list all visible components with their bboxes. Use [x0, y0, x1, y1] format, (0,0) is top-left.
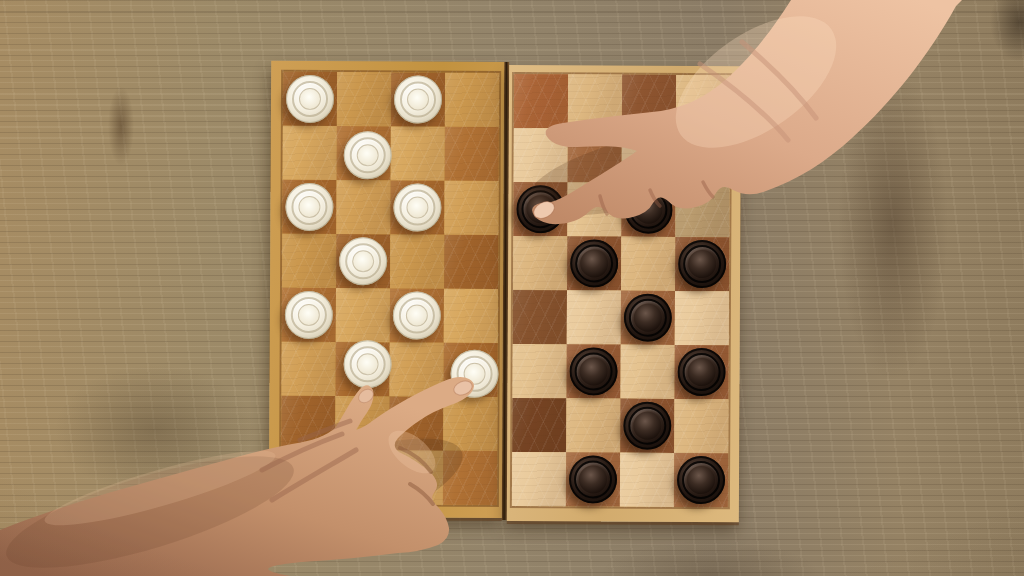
square-r5c4: [444, 289, 498, 343]
square-r5c8: [675, 291, 729, 345]
square-r3c1[interactable]: ⛀: [282, 180, 336, 234]
square-r7c8: [674, 399, 728, 453]
square-r2c6[interactable]: [568, 128, 622, 182]
square-r4c6[interactable]: ⛂: [567, 236, 621, 290]
square-r5c1[interactable]: ⛀: [282, 288, 336, 342]
square-r1c5[interactable]: [514, 74, 568, 128]
square-r5c2: [336, 288, 390, 342]
square-r8c2[interactable]: [335, 450, 389, 504]
square-r2c3: [391, 126, 445, 180]
white-checker-r2c2[interactable]: ⛀: [344, 131, 392, 179]
square-r7c7[interactable]: ⛂: [620, 399, 674, 453]
square-r7c5[interactable]: [512, 398, 566, 452]
square-r7c6: [566, 398, 620, 452]
board-right-half: ⛂⛂⛂⛂⛂⛂⛂⛂⛂⛂: [507, 65, 741, 522]
square-r8c3: [389, 450, 443, 504]
square-r4c1: [282, 234, 336, 288]
square-r4c7: [621, 237, 675, 291]
black-checker-r6c6[interactable]: ⛂: [569, 347, 617, 395]
black-checker-r4c8[interactable]: ⛂: [678, 240, 726, 288]
black-checker-r6c8[interactable]: ⛂: [677, 348, 725, 396]
square-r1c6: [568, 74, 622, 128]
square-r2c1: [283, 126, 337, 180]
square-r6c8[interactable]: ⛂: [674, 345, 728, 399]
square-r3c2: [336, 180, 390, 234]
square-r2c8[interactable]: [676, 129, 730, 183]
square-r3c4: [444, 181, 498, 235]
white-checker-r6c4[interactable]: ⛀: [450, 350, 498, 398]
square-r3c3[interactable]: ⛀: [390, 180, 444, 234]
photo-scene: ⛀⛀⛀⛀⛀⛀⛀⛀⛀⛀ ⛂⛂⛂⛂⛂⛂⛂⛂⛂⛂: [0, 0, 1024, 576]
black-checker-r4c6[interactable]: ⛂: [570, 239, 618, 287]
black-checker-r3c5[interactable]: ⛂: [516, 185, 564, 233]
square-r1c4: [445, 73, 499, 127]
square-r2c4[interactable]: [445, 127, 499, 181]
square-r3c7[interactable]: ⛂: [621, 183, 675, 237]
square-r2c7: [622, 129, 676, 183]
white-checker-r4c2[interactable]: ⛀: [339, 237, 387, 285]
square-r7c1[interactable]: [281, 396, 335, 450]
square-r5c7[interactable]: ⛂: [621, 291, 675, 345]
black-checker-r3c7[interactable]: ⛂: [624, 186, 672, 234]
white-checker-r5c3[interactable]: ⛀: [393, 291, 441, 339]
white-checker-r3c3[interactable]: ⛀: [393, 183, 441, 231]
square-r3c8: [675, 183, 729, 237]
square-r6c2[interactable]: ⛀: [335, 342, 389, 396]
square-r8c5: [512, 452, 566, 506]
square-r3c5[interactable]: ⛂: [513, 182, 567, 236]
white-checker-r1c1[interactable]: ⛀: [286, 75, 334, 123]
square-r6c3: [389, 342, 443, 396]
black-checker-r8c6[interactable]: ⛂: [569, 455, 617, 503]
square-r4c3: [390, 234, 444, 288]
white-checker-r1c3[interactable]: ⛀: [394, 75, 442, 123]
left-half-squares: ⛀⛀⛀⛀⛀⛀⛀⛀⛀⛀: [281, 72, 499, 505]
square-r3c6: [567, 182, 621, 236]
square-r6c6[interactable]: ⛂: [566, 344, 620, 398]
square-r8c6[interactable]: ⛂: [566, 452, 620, 506]
square-r6c1: [281, 342, 335, 396]
square-r1c2: [337, 72, 391, 126]
black-checker-r8c8[interactable]: ⛂: [677, 456, 725, 504]
white-checker-r3c1[interactable]: ⛀: [285, 183, 333, 231]
square-r8c1: [281, 450, 335, 504]
square-r1c1[interactable]: ⛀: [283, 72, 337, 126]
white-checker-r6c2[interactable]: ⛀: [343, 340, 391, 388]
black-checker-r7c7[interactable]: ⛂: [623, 402, 671, 450]
square-r4c2[interactable]: ⛀: [336, 234, 390, 288]
square-r1c7[interactable]: [622, 75, 676, 129]
square-r2c2[interactable]: ⛀: [337, 126, 391, 180]
square-r7c3[interactable]: [389, 396, 443, 450]
square-r8c7: [620, 453, 674, 507]
square-r5c5[interactable]: [513, 290, 567, 344]
square-r6c5: [512, 344, 566, 398]
square-r6c4[interactable]: ⛀: [443, 343, 497, 397]
right-half-squares: ⛂⛂⛂⛂⛂⛂⛂⛂⛂⛂: [512, 74, 730, 507]
square-r6c7: [620, 345, 674, 399]
square-r4c5: [513, 236, 567, 290]
board-left-half: ⛀⛀⛀⛀⛀⛀⛀⛀⛀⛀: [269, 61, 504, 518]
square-r1c8: [676, 75, 730, 129]
square-r5c6: [567, 290, 621, 344]
square-r7c4: [443, 397, 497, 451]
square-r7c2: [335, 396, 389, 450]
checkers-board: ⛀⛀⛀⛀⛀⛀⛀⛀⛀⛀ ⛂⛂⛂⛂⛂⛂⛂⛂⛂⛂: [269, 61, 741, 523]
square-r4c4[interactable]: [444, 235, 498, 289]
square-r8c4[interactable]: [443, 451, 497, 505]
square-r2c5: [514, 128, 568, 182]
white-checker-r5c1[interactable]: ⛀: [285, 291, 333, 339]
square-r5c3[interactable]: ⛀: [390, 288, 444, 342]
square-r8c8[interactable]: ⛂: [674, 453, 728, 507]
black-checker-r5c7[interactable]: ⛂: [624, 294, 672, 342]
square-r4c8[interactable]: ⛂: [675, 237, 729, 291]
square-r1c3[interactable]: ⛀: [391, 72, 445, 126]
